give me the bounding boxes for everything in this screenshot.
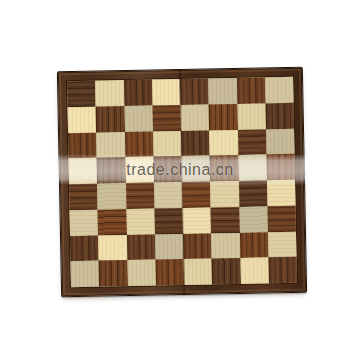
light-square xyxy=(98,235,127,261)
light-square xyxy=(127,260,156,286)
dark-square xyxy=(180,78,209,104)
light-square xyxy=(152,79,181,105)
dark-square xyxy=(155,259,184,285)
dark-square xyxy=(152,105,181,131)
light-square xyxy=(95,80,124,106)
light-square xyxy=(181,104,210,130)
dark-square xyxy=(69,184,98,210)
light-square xyxy=(68,106,97,132)
light-square xyxy=(97,183,126,209)
light-square xyxy=(70,209,99,235)
light-square xyxy=(240,258,269,284)
light-square xyxy=(153,131,182,157)
light-square xyxy=(239,206,268,232)
light-square xyxy=(183,259,212,285)
dark-square xyxy=(126,234,155,260)
watermark-band: trade.china.cn xyxy=(0,154,360,185)
light-square xyxy=(268,231,297,257)
dark-square xyxy=(211,207,240,233)
dark-square xyxy=(124,80,153,106)
dark-square xyxy=(99,260,128,286)
light-square xyxy=(265,77,294,103)
dark-square xyxy=(265,103,294,129)
light-square xyxy=(266,128,295,154)
dark-square xyxy=(182,181,211,207)
dark-square xyxy=(237,77,266,103)
dark-square xyxy=(96,106,125,132)
dark-square xyxy=(267,206,296,232)
dark-square xyxy=(98,209,127,235)
light-square xyxy=(155,233,184,259)
dark-square xyxy=(181,130,210,156)
dark-square xyxy=(67,81,96,107)
dark-square xyxy=(238,129,267,155)
light-square xyxy=(211,232,240,258)
dark-square xyxy=(70,235,99,261)
dark-square xyxy=(126,183,155,209)
dark-square xyxy=(183,233,212,259)
light-square xyxy=(71,261,100,287)
product-photo: trade.china.cn xyxy=(0,0,360,360)
dark-square xyxy=(239,232,268,258)
light-square xyxy=(209,129,238,155)
dark-square xyxy=(212,258,241,284)
light-square xyxy=(237,103,266,129)
dark-square xyxy=(209,104,238,130)
light-square xyxy=(124,105,153,131)
light-square xyxy=(182,207,211,233)
watermark-text: trade.china.cn xyxy=(126,161,234,179)
light-square xyxy=(126,208,155,234)
light-square xyxy=(154,182,183,208)
dark-square xyxy=(154,208,183,234)
light-square xyxy=(208,78,237,104)
dark-square xyxy=(268,257,297,283)
